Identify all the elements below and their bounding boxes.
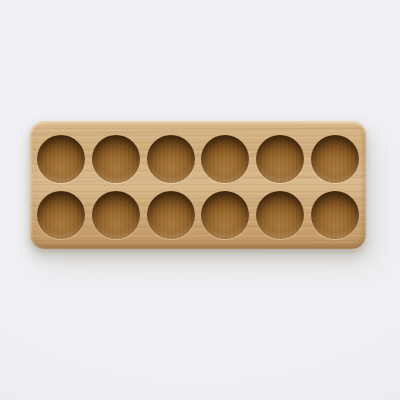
pit-bottom-1[interactable] (37, 191, 85, 239)
pit-top-6[interactable] (311, 135, 359, 183)
pit-bottom-5[interactable] (256, 191, 304, 239)
pit-top-4[interactable] (201, 135, 249, 183)
pit-bottom-6[interactable] (311, 191, 359, 239)
mancala-board (30, 121, 366, 249)
photo-background (0, 0, 400, 400)
pit-grid (30, 121, 366, 249)
pit-bottom-4[interactable] (201, 191, 249, 239)
pit-top-3[interactable] (147, 135, 195, 183)
pit-bottom-3[interactable] (147, 191, 195, 239)
pit-top-2[interactable] (92, 135, 140, 183)
pit-bottom-2[interactable] (92, 191, 140, 239)
pit-top-5[interactable] (256, 135, 304, 183)
pit-top-1[interactable] (37, 135, 85, 183)
